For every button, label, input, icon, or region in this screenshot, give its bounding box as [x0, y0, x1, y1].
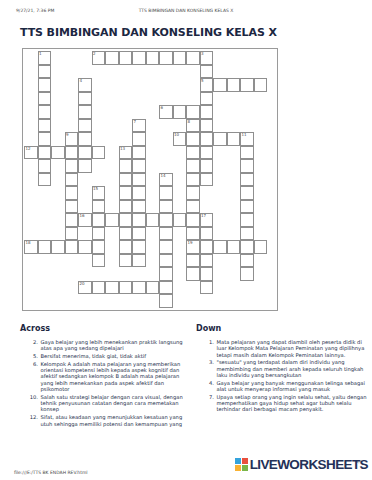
crossword-cell[interactable]	[92, 200, 106, 214]
liveworksheets-grid-icon	[235, 458, 248, 471]
crossword-cell[interactable]	[132, 240, 146, 254]
clue-item-text: Gaya belajar yang banyak menggunakan tel…	[217, 380, 369, 393]
crossword-cell[interactable]	[213, 78, 227, 92]
clue-number: 16	[80, 214, 85, 218]
crossword-cell[interactable]	[240, 200, 254, 214]
crossword-board: 1234567891011121314151617181920	[22, 48, 278, 311]
crossword-cell[interactable]	[227, 240, 241, 254]
crossword-cell[interactable]	[119, 51, 133, 65]
clue-item-text: Kelompok A adalah mata pelajaran yang me…	[41, 361, 189, 392]
crossword-cell[interactable]: 15	[92, 186, 106, 200]
crossword-cell[interactable]: 10	[173, 132, 187, 146]
clue-item: 6.Kelompok A adalah mata pelajaran yang …	[28, 361, 188, 392]
clue-number: 4	[80, 79, 82, 83]
clue-item-number: 3.	[204, 359, 217, 378]
crossword-cell[interactable]	[186, 267, 200, 281]
crossword-cell[interactable]	[186, 227, 200, 241]
crossword-cell[interactable]	[119, 159, 133, 173]
crossword-cell[interactable]	[213, 132, 227, 146]
crossword-cell[interactable]	[146, 213, 160, 227]
clue-item: 4.Gaya belajar yang banyak menggunakan t…	[204, 380, 368, 393]
clue-item-number: 12.	[28, 414, 41, 427]
crossword-cell[interactable]	[105, 281, 119, 295]
logo-color-square	[242, 465, 248, 471]
crossword-cell[interactable]	[132, 132, 146, 146]
crossword-cell[interactable]: 18	[24, 240, 38, 254]
clue-number: 9	[66, 133, 68, 137]
clue-item-text: Bersifat menerima, tidak giat, tidak akt…	[41, 353, 189, 359]
crossword-cell[interactable]	[92, 227, 106, 241]
crossword-cell[interactable]	[119, 227, 133, 241]
logo-color-square	[242, 458, 248, 464]
crossword-cell[interactable]	[38, 105, 52, 119]
crossword-cell[interactable]	[159, 200, 173, 214]
crossword-cell[interactable]	[159, 267, 173, 281]
crossword-cell[interactable]	[200, 146, 214, 160]
crossword-cell[interactable]	[227, 78, 241, 92]
crossword-cell[interactable]	[78, 146, 92, 160]
crossword-cell[interactable]	[92, 281, 106, 295]
clue-item: 5.Bersifat menerima, tidak giat, tidak a…	[28, 353, 188, 359]
crossword-cell[interactable]	[92, 254, 106, 268]
crossword-cell[interactable]	[200, 254, 214, 268]
crossword-cell[interactable]	[78, 119, 92, 133]
across-heading: Across	[20, 324, 188, 333]
clue-item-number: 1.	[204, 339, 217, 358]
across-clues-section: Across 2.Gaya belajar yang lebih menekan…	[20, 324, 188, 428]
crossword-cell[interactable]	[159, 240, 173, 254]
crossword-cell[interactable]: 3	[200, 51, 214, 65]
crossword-cell[interactable]	[159, 254, 173, 268]
crossword-cell[interactable]	[200, 281, 214, 295]
crossword-cell[interactable]	[38, 119, 52, 133]
crossword-cell[interactable]	[119, 213, 133, 227]
crossword-cell[interactable]	[119, 200, 133, 214]
clue-number: 11	[242, 133, 247, 137]
clue-number: 14	[161, 174, 166, 178]
crossword-cell[interactable]: 20	[78, 281, 92, 295]
crossword-cell[interactable]	[51, 240, 65, 254]
clue-number: 13	[120, 147, 125, 151]
crossword-cell[interactable]	[51, 146, 65, 160]
crossword-cell[interactable]	[132, 51, 146, 65]
crossword-cell[interactable]	[200, 173, 214, 187]
crossword-cell[interactable]	[78, 92, 92, 106]
logo-color-square	[235, 458, 241, 464]
crossword-cell[interactable]	[254, 240, 268, 254]
clue-item-number: 4.	[204, 380, 217, 393]
crossword-cell[interactable]: 17	[200, 213, 214, 227]
crossword-cell[interactable]	[92, 213, 106, 227]
crossword-cell[interactable]	[146, 281, 160, 295]
crossword-cell[interactable]	[132, 186, 146, 200]
crossword-cell[interactable]: 19	[186, 240, 200, 254]
clue-item: 7.Upaya setiap orang yang ingin selalu s…	[204, 394, 368, 413]
across-clue-list: 2.Gaya belajar yang lebih menekankan pra…	[20, 339, 188, 427]
crossword-cell[interactable]	[186, 254, 200, 268]
clue-item-text: Upaya setiap orang yang ingin selalu seh…	[217, 394, 369, 413]
print-doc-title: TTS BIMBINGAN DAN KONSELING KELAS X	[0, 8, 372, 13]
clue-number: 8	[188, 120, 190, 124]
clue-number: 12	[26, 147, 31, 151]
crossword-cell[interactable]	[200, 105, 214, 119]
crossword-cell[interactable]	[105, 213, 119, 227]
crossword-cell[interactable]: 7	[132, 119, 146, 133]
crossword-cell[interactable]	[159, 294, 173, 308]
clue-item-number: 10.	[28, 394, 41, 413]
crossword-cell[interactable]	[240, 213, 254, 227]
clue-number: 15	[93, 187, 98, 191]
crossword-cell[interactable]	[65, 173, 79, 187]
crossword-cell[interactable]	[186, 213, 200, 227]
clue-item-text: Gaya belajar yang lebih menekankan prakt…	[41, 339, 189, 352]
clue-item-text: Salah satu strategi belajar dengan cara …	[41, 394, 189, 413]
down-heading: Down	[196, 324, 368, 333]
worksheet-page: 9/27/21, 7:36 PM TTS BIMBINGAN DAN KONSE…	[0, 0, 372, 480]
crossword-cell[interactable]	[38, 92, 52, 106]
clue-number: 5	[201, 79, 203, 83]
crossword-cell[interactable]: 4	[78, 78, 92, 92]
crossword-cell[interactable]	[159, 186, 173, 200]
crossword-cell[interactable]	[38, 173, 52, 187]
crossword-cell[interactable]	[38, 159, 52, 173]
footer-file-path: file:///E:/TTS BK ENDAH REV.html	[14, 470, 88, 475]
crossword-grid: 1234567891011121314151617181920	[24, 51, 267, 308]
clue-item-number: 6.	[28, 361, 41, 392]
crossword-cell[interactable]	[200, 227, 214, 241]
clue-item: 12.Sifat, atau keadaan yang menunjukkan …	[28, 414, 188, 427]
crossword-cell[interactable]	[132, 159, 146, 173]
crossword-cell[interactable]	[200, 159, 214, 173]
crossword-cell[interactable]: 14	[159, 173, 173, 187]
crossword-cell[interactable]	[227, 132, 241, 146]
crossword-cell[interactable]	[119, 254, 133, 268]
crossword-cell[interactable]	[132, 227, 146, 241]
crossword-cell[interactable]	[200, 240, 214, 254]
crossword-cell[interactable]	[78, 240, 92, 254]
crossword-cell[interactable]	[159, 227, 173, 241]
crossword-cell[interactable]	[132, 200, 146, 214]
crossword-cell[interactable]	[240, 240, 254, 254]
crossword-cell[interactable]	[65, 227, 79, 241]
crossword-cell[interactable]	[213, 240, 227, 254]
crossword-cell[interactable]	[173, 105, 187, 119]
clue-number: 20	[80, 282, 85, 286]
down-clues-section: Down 1.Mata pelajaran yang dapat diambil…	[196, 324, 368, 414]
crossword-cell[interactable]	[78, 105, 92, 119]
page-title: TTS BIMBINGAN DAN KONSELING KELAS X	[20, 26, 360, 39]
liveworksheets-wordmark: LIVEWORKSHEETS	[250, 457, 368, 472]
crossword-cell[interactable]: 13	[119, 146, 133, 160]
crossword-cell[interactable]	[186, 159, 200, 173]
crossword-cell[interactable]	[200, 65, 214, 79]
crossword-cell[interactable]: 8	[186, 119, 200, 133]
crossword-cell[interactable]	[38, 132, 52, 146]
clue-number: 1	[39, 52, 41, 56]
crossword-cell[interactable]: 6	[159, 105, 173, 119]
crossword-cell[interactable]	[132, 281, 146, 295]
crossword-cell[interactable]	[65, 200, 79, 214]
clue-item-number: 7.	[204, 394, 217, 413]
crossword-cell[interactable]: 9	[65, 132, 79, 146]
crossword-cell[interactable]	[78, 159, 92, 173]
crossword-cell[interactable]	[132, 173, 146, 187]
crossword-cell[interactable]	[186, 105, 200, 119]
crossword-cell[interactable]	[119, 173, 133, 187]
crossword-cell[interactable]	[186, 173, 200, 187]
crossword-cell[interactable]	[240, 159, 254, 173]
clue-item-number: 5.	[28, 353, 41, 359]
crossword-cell[interactable]	[92, 240, 106, 254]
logo-color-square	[235, 465, 241, 471]
crossword-cell[interactable]	[119, 281, 133, 295]
crossword-cell[interactable]	[38, 146, 52, 160]
crossword-cell[interactable]	[38, 65, 52, 79]
crossword-cell[interactable]: 16	[78, 213, 92, 227]
clue-number: 2	[93, 52, 95, 56]
crossword-cell[interactable]	[65, 186, 79, 200]
crossword-cell[interactable]	[159, 213, 173, 227]
crossword-cell[interactable]	[254, 78, 268, 92]
clue-number: 10	[174, 133, 179, 137]
clue-item-text: "sesuatu" yang terdapat dalam diri indiv…	[217, 359, 369, 378]
down-clue-list: 1.Mata pelajaran yang dapat diambil oleh…	[196, 339, 368, 413]
crossword-cell[interactable]: 1	[38, 51, 52, 65]
crossword-cell[interactable]	[159, 281, 173, 295]
clue-number: 7	[134, 120, 136, 124]
crossword-cell[interactable]	[186, 200, 200, 214]
crossword-cell[interactable]	[132, 213, 146, 227]
crossword-cell[interactable]: 11	[240, 132, 254, 146]
clue-item: 1.Mata pelajaran yang dapat diambil oleh…	[204, 339, 368, 358]
crossword-cell[interactable]	[240, 78, 254, 92]
crossword-cell[interactable]	[159, 51, 173, 65]
crossword-cell[interactable]	[240, 146, 254, 160]
crossword-cell[interactable]	[38, 78, 52, 92]
crossword-cell[interactable]	[200, 119, 214, 133]
clue-number: 18	[26, 241, 31, 245]
clue-item-text: Sifat, atau keadaan yang menunjukkan kes…	[41, 414, 189, 427]
crossword-cell[interactable]	[186, 51, 200, 65]
clue-item: 10.Salah satu strategi belajar dengan ca…	[28, 394, 188, 413]
clue-item: 3."sesuatu" yang terdapat dalam diri ind…	[204, 359, 368, 378]
clue-number: 6	[161, 106, 163, 110]
crossword-cell[interactable]	[78, 132, 92, 146]
crossword-cell[interactable]: 12	[24, 146, 38, 160]
crossword-cell[interactable]	[173, 51, 187, 65]
crossword-cell[interactable]	[38, 240, 52, 254]
crossword-cell[interactable]: 2	[92, 51, 106, 65]
crossword-cell[interactable]	[132, 254, 146, 268]
crossword-cell[interactable]: 5	[200, 78, 214, 92]
crossword-cell[interactable]	[65, 146, 79, 160]
crossword-cell[interactable]	[240, 186, 254, 200]
crossword-cell[interactable]	[200, 132, 214, 146]
clue-number: 17	[201, 214, 206, 218]
crossword-cell[interactable]	[186, 132, 200, 146]
crossword-cell[interactable]	[200, 267, 214, 281]
crossword-cell[interactable]	[119, 186, 133, 200]
crossword-cell[interactable]	[105, 51, 119, 65]
clue-number: 19	[188, 241, 193, 245]
crossword-cell[interactable]	[186, 146, 200, 160]
crossword-cell[interactable]	[240, 173, 254, 187]
crossword-cell[interactable]	[146, 51, 160, 65]
crossword-cell[interactable]	[173, 213, 187, 227]
crossword-cell[interactable]	[92, 146, 106, 160]
clue-number: 3	[201, 52, 203, 56]
crossword-cell[interactable]	[119, 240, 133, 254]
crossword-cell[interactable]	[186, 186, 200, 200]
clue-item-text: Mata pelajaran yang dapat diambil oleh p…	[217, 339, 369, 358]
clue-item: 2.Gaya belajar yang lebih menekankan pra…	[28, 339, 188, 352]
crossword-cell[interactable]	[240, 267, 254, 281]
crossword-cell[interactable]	[200, 92, 214, 106]
crossword-cell[interactable]	[240, 254, 254, 268]
crossword-cell[interactable]	[240, 227, 254, 241]
clue-item-number: 2.	[28, 339, 41, 352]
crossword-cell[interactable]	[65, 159, 79, 173]
crossword-cell[interactable]	[65, 240, 79, 254]
print-header: 9/27/21, 7:36 PM TTS BIMBINGAN DAN KONSE…	[0, 8, 372, 18]
liveworksheets-logo: LIVEWORKSHEETS	[235, 457, 368, 472]
crossword-cell[interactable]	[132, 146, 146, 160]
crossword-cell[interactable]	[65, 213, 79, 227]
